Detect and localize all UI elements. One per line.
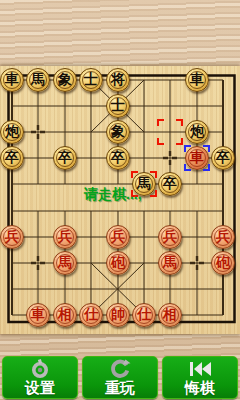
cross-point-marker: [30, 255, 46, 271]
black-piece-士[interactable]: 士: [106, 94, 130, 118]
red-piece-兵[interactable]: 兵: [0, 225, 24, 249]
red-piece-兵[interactable]: 兵: [53, 225, 77, 249]
black-piece-象[interactable]: 象: [106, 120, 130, 144]
red-piece-兵[interactable]: 兵: [211, 225, 235, 249]
black-piece-炮[interactable]: 炮: [0, 120, 24, 144]
red-piece-兵[interactable]: 兵: [106, 225, 130, 249]
move-prompt: 请走棋...,: [84, 186, 142, 204]
red-piece-砲[interactable]: 砲: [106, 251, 130, 275]
red-piece-車[interactable]: 車: [26, 303, 50, 327]
black-piece-象[interactable]: 象: [53, 68, 77, 92]
red-piece-車[interactable]: 車: [185, 146, 209, 170]
black-piece-卒[interactable]: 卒: [0, 146, 24, 170]
red-piece-兵[interactable]: 兵: [158, 225, 182, 249]
black-piece-卒[interactable]: 卒: [53, 146, 77, 170]
black-piece-卒[interactable]: 卒: [158, 172, 182, 196]
red-piece-砲[interactable]: 砲: [211, 251, 235, 275]
red-piece-相[interactable]: 相: [53, 303, 77, 327]
black-piece-卒[interactable]: 卒: [211, 146, 235, 170]
red-piece-相[interactable]: 相: [158, 303, 182, 327]
black-piece-馬[interactable]: 馬: [26, 68, 50, 92]
red-piece-馬[interactable]: 馬: [158, 251, 182, 275]
black-piece-卒[interactable]: 卒: [106, 146, 130, 170]
red-piece-馬[interactable]: 馬: [53, 251, 77, 275]
black-piece-士[interactable]: 士: [79, 68, 103, 92]
red-piece-仕[interactable]: 仕: [79, 303, 103, 327]
black-piece-炮[interactable]: 炮: [185, 120, 209, 144]
black-piece-将[interactable]: 将: [106, 68, 130, 92]
black-piece-車[interactable]: 車: [0, 68, 24, 92]
black-piece-車[interactable]: 車: [185, 68, 209, 92]
red-piece-仕[interactable]: 仕: [132, 303, 156, 327]
cross-point-marker: [189, 255, 205, 271]
cross-point-marker: [30, 124, 46, 140]
cross-point-marker: [162, 150, 178, 166]
red-piece-帥[interactable]: 帥: [106, 303, 130, 327]
